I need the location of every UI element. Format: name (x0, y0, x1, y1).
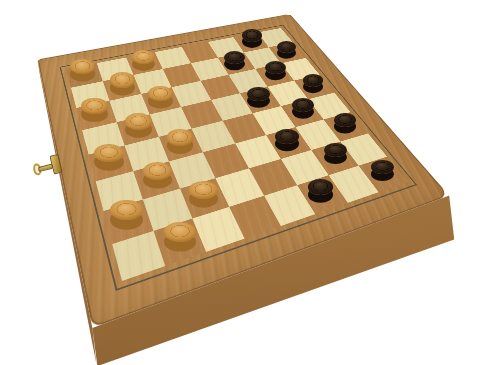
checkers-box-photo (0, 0, 500, 365)
brass-latch (31, 153, 63, 181)
